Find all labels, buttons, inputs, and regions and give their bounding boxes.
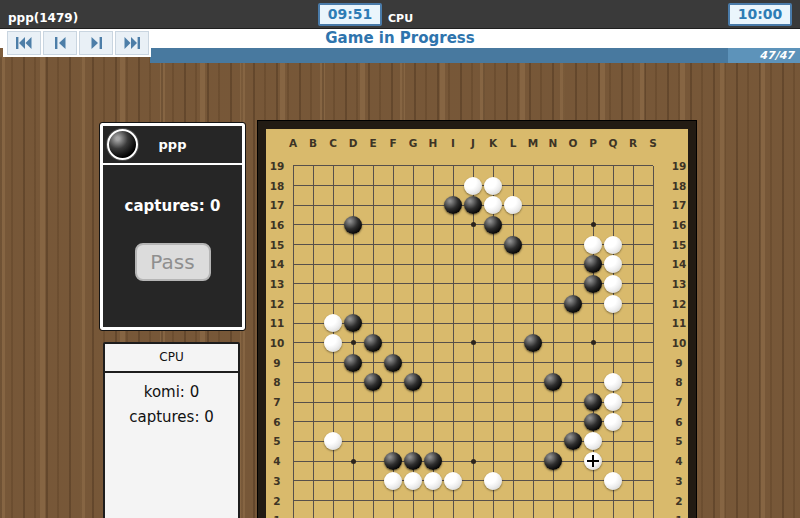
board-cell-I1[interactable] bbox=[443, 510, 463, 518]
board-cell-M15[interactable] bbox=[523, 235, 543, 255]
board-cell-M10[interactable] bbox=[523, 333, 543, 353]
board-cell-O16[interactable] bbox=[563, 215, 583, 235]
board-cell-L7[interactable] bbox=[503, 392, 523, 412]
board-cell-G3[interactable] bbox=[403, 471, 423, 491]
board-cell-N19[interactable] bbox=[543, 156, 563, 176]
board-cell-M3[interactable] bbox=[523, 471, 543, 491]
board-cell-K12[interactable] bbox=[483, 294, 503, 314]
board-cell-D10[interactable] bbox=[343, 333, 363, 353]
board-cell-F3[interactable] bbox=[383, 471, 403, 491]
board-cell-M18[interactable] bbox=[523, 176, 543, 196]
board-cell-Q15[interactable] bbox=[603, 235, 623, 255]
board-cell-S9[interactable] bbox=[643, 353, 663, 373]
board-cell-A8[interactable] bbox=[283, 373, 303, 393]
board-cell-M8[interactable] bbox=[523, 373, 543, 393]
board-cell-J13[interactable] bbox=[463, 274, 483, 294]
board-cell-C16[interactable] bbox=[323, 215, 343, 235]
board-cell-R9[interactable] bbox=[623, 353, 643, 373]
board-cell-H4[interactable] bbox=[423, 451, 443, 471]
step-back-button[interactable] bbox=[43, 31, 77, 55]
board-cell-B7[interactable] bbox=[303, 392, 323, 412]
board-cell-C18[interactable] bbox=[323, 176, 343, 196]
board-cell-R19[interactable] bbox=[623, 156, 643, 176]
board-cell-S6[interactable] bbox=[643, 412, 663, 432]
board-cell-D8[interactable] bbox=[343, 373, 363, 393]
board-cell-S15[interactable] bbox=[643, 235, 663, 255]
board-cell-E1[interactable] bbox=[363, 510, 383, 518]
board-cell-D12[interactable] bbox=[343, 294, 363, 314]
board-cell-C9[interactable] bbox=[323, 353, 343, 373]
board-cell-L5[interactable] bbox=[503, 432, 523, 452]
board-cell-D3[interactable] bbox=[343, 471, 363, 491]
board-cell-K11[interactable] bbox=[483, 313, 503, 333]
board-cell-Q11[interactable] bbox=[603, 313, 623, 333]
board-cell-C15[interactable] bbox=[323, 235, 343, 255]
board-cell-B3[interactable] bbox=[303, 471, 323, 491]
board-cell-G19[interactable] bbox=[403, 156, 423, 176]
board-cell-K5[interactable] bbox=[483, 432, 503, 452]
board-cell-O14[interactable] bbox=[563, 254, 583, 274]
board-cell-P16[interactable] bbox=[583, 215, 603, 235]
board-cell-P9[interactable] bbox=[583, 353, 603, 373]
board-cell-E18[interactable] bbox=[363, 176, 383, 196]
board-cell-H13[interactable] bbox=[423, 274, 443, 294]
board-cell-E16[interactable] bbox=[363, 215, 383, 235]
board-cell-L10[interactable] bbox=[503, 333, 523, 353]
board-cell-M17[interactable] bbox=[523, 195, 543, 215]
board-cell-R2[interactable] bbox=[623, 491, 643, 511]
board-cell-O19[interactable] bbox=[563, 156, 583, 176]
board-cell-A5[interactable] bbox=[283, 432, 303, 452]
board-cell-B15[interactable] bbox=[303, 235, 323, 255]
board-cell-A12[interactable] bbox=[283, 294, 303, 314]
board-cell-O18[interactable] bbox=[563, 176, 583, 196]
board-cell-A19[interactable] bbox=[283, 156, 303, 176]
board-cell-G2[interactable] bbox=[403, 491, 423, 511]
board-cell-D9[interactable] bbox=[343, 353, 363, 373]
board-cell-O9[interactable] bbox=[563, 353, 583, 373]
board-cell-A2[interactable] bbox=[283, 491, 303, 511]
board-cell-S13[interactable] bbox=[643, 274, 663, 294]
board-cell-S8[interactable] bbox=[643, 373, 663, 393]
board-cell-R11[interactable] bbox=[623, 313, 643, 333]
board-cell-J15[interactable] bbox=[463, 235, 483, 255]
board-cell-K17[interactable] bbox=[483, 195, 503, 215]
board-cell-R1[interactable] bbox=[623, 510, 643, 518]
board-cell-L2[interactable] bbox=[503, 491, 523, 511]
board-cell-F7[interactable] bbox=[383, 392, 403, 412]
board-cell-J17[interactable] bbox=[463, 195, 483, 215]
board-cell-K8[interactable] bbox=[483, 373, 503, 393]
board-cell-D17[interactable] bbox=[343, 195, 363, 215]
board-cell-I11[interactable] bbox=[443, 313, 463, 333]
board-cell-H3[interactable] bbox=[423, 471, 443, 491]
board-cell-P2[interactable] bbox=[583, 491, 603, 511]
board-cell-H17[interactable] bbox=[423, 195, 443, 215]
board-cell-A14[interactable] bbox=[283, 254, 303, 274]
board-cell-G18[interactable] bbox=[403, 176, 423, 196]
board-cell-I19[interactable] bbox=[443, 156, 463, 176]
board-cell-S17[interactable] bbox=[643, 195, 663, 215]
board-cell-C17[interactable] bbox=[323, 195, 343, 215]
board-cell-M1[interactable] bbox=[523, 510, 543, 518]
board-cell-F8[interactable] bbox=[383, 373, 403, 393]
board-cell-F4[interactable] bbox=[383, 451, 403, 471]
board-cell-G17[interactable] bbox=[403, 195, 423, 215]
board-cell-B16[interactable] bbox=[303, 215, 323, 235]
board-cell-E5[interactable] bbox=[363, 432, 383, 452]
board-cell-E9[interactable] bbox=[363, 353, 383, 373]
board-cell-P4[interactable] bbox=[583, 451, 603, 471]
board-cell-N1[interactable] bbox=[543, 510, 563, 518]
board-cell-I10[interactable] bbox=[443, 333, 463, 353]
board-cell-F15[interactable] bbox=[383, 235, 403, 255]
board-cell-B4[interactable] bbox=[303, 451, 323, 471]
board-cell-I8[interactable] bbox=[443, 373, 463, 393]
board-cell-N17[interactable] bbox=[543, 195, 563, 215]
board-cell-B1[interactable] bbox=[303, 510, 323, 518]
board-cell-S16[interactable] bbox=[643, 215, 663, 235]
board-cell-N14[interactable] bbox=[543, 254, 563, 274]
board-cell-A3[interactable] bbox=[283, 471, 303, 491]
board-cell-E17[interactable] bbox=[363, 195, 383, 215]
board-cell-H15[interactable] bbox=[423, 235, 443, 255]
board-cell-I6[interactable] bbox=[443, 412, 463, 432]
board-cell-P13[interactable] bbox=[583, 274, 603, 294]
board-cell-C13[interactable] bbox=[323, 274, 343, 294]
board-cell-B5[interactable] bbox=[303, 432, 323, 452]
board-cell-N12[interactable] bbox=[543, 294, 563, 314]
board-cell-I15[interactable] bbox=[443, 235, 463, 255]
board-cell-H19[interactable] bbox=[423, 156, 443, 176]
board-cell-F2[interactable] bbox=[383, 491, 403, 511]
board-cell-J6[interactable] bbox=[463, 412, 483, 432]
board-cell-F18[interactable] bbox=[383, 176, 403, 196]
board-cell-J2[interactable] bbox=[463, 491, 483, 511]
board-cell-K9[interactable] bbox=[483, 353, 503, 373]
board-cell-N6[interactable] bbox=[543, 412, 563, 432]
board-cell-S18[interactable] bbox=[643, 176, 663, 196]
board-cell-P11[interactable] bbox=[583, 313, 603, 333]
board-cell-Q4[interactable] bbox=[603, 451, 623, 471]
board-cell-H1[interactable] bbox=[423, 510, 443, 518]
board-cell-H12[interactable] bbox=[423, 294, 443, 314]
board-cell-R7[interactable] bbox=[623, 392, 643, 412]
board-cell-R8[interactable] bbox=[623, 373, 643, 393]
board-cell-M5[interactable] bbox=[523, 432, 543, 452]
board-cell-H8[interactable] bbox=[423, 373, 443, 393]
board-cell-P1[interactable] bbox=[583, 510, 603, 518]
board-cell-F13[interactable] bbox=[383, 274, 403, 294]
board-cell-L8[interactable] bbox=[503, 373, 523, 393]
board-cell-P3[interactable] bbox=[583, 471, 603, 491]
board-cell-S12[interactable] bbox=[643, 294, 663, 314]
board-cell-H2[interactable] bbox=[423, 491, 443, 511]
board-cell-B14[interactable] bbox=[303, 254, 323, 274]
board-cell-F1[interactable] bbox=[383, 510, 403, 518]
board-cell-J16[interactable] bbox=[463, 215, 483, 235]
board-cell-C3[interactable] bbox=[323, 471, 343, 491]
board-cell-C8[interactable] bbox=[323, 373, 343, 393]
board-cell-D14[interactable] bbox=[343, 254, 363, 274]
board-cell-O6[interactable] bbox=[563, 412, 583, 432]
go-to-end-button[interactable] bbox=[115, 31, 149, 55]
board-cell-I4[interactable] bbox=[443, 451, 463, 471]
board-cell-D18[interactable] bbox=[343, 176, 363, 196]
board-cell-N4[interactable] bbox=[543, 451, 563, 471]
board-cell-A17[interactable] bbox=[283, 195, 303, 215]
board-cell-S7[interactable] bbox=[643, 392, 663, 412]
board-cell-Q14[interactable] bbox=[603, 254, 623, 274]
board-cell-E15[interactable] bbox=[363, 235, 383, 255]
board-cell-D2[interactable] bbox=[343, 491, 363, 511]
board-cell-F6[interactable] bbox=[383, 412, 403, 432]
board-cell-I3[interactable] bbox=[443, 471, 463, 491]
board-cell-M7[interactable] bbox=[523, 392, 543, 412]
board-cell-M12[interactable] bbox=[523, 294, 543, 314]
board-cell-O2[interactable] bbox=[563, 491, 583, 511]
board-cell-N8[interactable] bbox=[543, 373, 563, 393]
board-cell-R12[interactable] bbox=[623, 294, 643, 314]
board-cell-D4[interactable] bbox=[343, 451, 363, 471]
board-cell-F16[interactable] bbox=[383, 215, 403, 235]
board-cell-G9[interactable] bbox=[403, 353, 423, 373]
board-cell-K19[interactable] bbox=[483, 156, 503, 176]
board-cell-H18[interactable] bbox=[423, 176, 443, 196]
board-cell-C2[interactable] bbox=[323, 491, 343, 511]
board-cell-I17[interactable] bbox=[443, 195, 463, 215]
board-cell-F11[interactable] bbox=[383, 313, 403, 333]
board-cell-L3[interactable] bbox=[503, 471, 523, 491]
board-cell-O15[interactable] bbox=[563, 235, 583, 255]
board-cell-N7[interactable] bbox=[543, 392, 563, 412]
board-cell-B12[interactable] bbox=[303, 294, 323, 314]
board-cell-R4[interactable] bbox=[623, 451, 643, 471]
board-cell-Q12[interactable] bbox=[603, 294, 623, 314]
board-cell-Q5[interactable] bbox=[603, 432, 623, 452]
board-cell-J14[interactable] bbox=[463, 254, 483, 274]
board-cell-D11[interactable] bbox=[343, 313, 363, 333]
board-cell-Q13[interactable] bbox=[603, 274, 623, 294]
go-to-start-button[interactable] bbox=[7, 31, 41, 55]
board-cell-I9[interactable] bbox=[443, 353, 463, 373]
board-cell-E13[interactable] bbox=[363, 274, 383, 294]
board-cell-K7[interactable] bbox=[483, 392, 503, 412]
board-cell-N13[interactable] bbox=[543, 274, 563, 294]
board-cell-D5[interactable] bbox=[343, 432, 363, 452]
board-cell-K3[interactable] bbox=[483, 471, 503, 491]
board-cell-C11[interactable] bbox=[323, 313, 343, 333]
board-cell-L15[interactable] bbox=[503, 235, 523, 255]
board-cell-G1[interactable] bbox=[403, 510, 423, 518]
board-cell-M4[interactable] bbox=[523, 451, 543, 471]
board-cell-L17[interactable] bbox=[503, 195, 523, 215]
board-cell-K18[interactable] bbox=[483, 176, 503, 196]
board-cell-O1[interactable] bbox=[563, 510, 583, 518]
board-cell-P14[interactable] bbox=[583, 254, 603, 274]
board-cell-H14[interactable] bbox=[423, 254, 443, 274]
board-cell-G11[interactable] bbox=[403, 313, 423, 333]
board-cell-E12[interactable] bbox=[363, 294, 383, 314]
board-cell-C14[interactable] bbox=[323, 254, 343, 274]
board-cell-H6[interactable] bbox=[423, 412, 443, 432]
board-cell-K10[interactable] bbox=[483, 333, 503, 353]
board-cell-A11[interactable] bbox=[283, 313, 303, 333]
board-cell-P6[interactable] bbox=[583, 412, 603, 432]
board-cell-B9[interactable] bbox=[303, 353, 323, 373]
board-cell-K6[interactable] bbox=[483, 412, 503, 432]
board-cell-J1[interactable] bbox=[463, 510, 483, 518]
board-cell-H9[interactable] bbox=[423, 353, 443, 373]
board-cell-C10[interactable] bbox=[323, 333, 343, 353]
board-cell-R10[interactable] bbox=[623, 333, 643, 353]
board-cell-S2[interactable] bbox=[643, 491, 663, 511]
board-cell-A16[interactable] bbox=[283, 215, 303, 235]
board-cell-A10[interactable] bbox=[283, 333, 303, 353]
board-cell-S3[interactable] bbox=[643, 471, 663, 491]
board-cell-M2[interactable] bbox=[523, 491, 543, 511]
board-cell-E4[interactable] bbox=[363, 451, 383, 471]
board-cell-P8[interactable] bbox=[583, 373, 603, 393]
board-cell-Q17[interactable] bbox=[603, 195, 623, 215]
board-cell-S4[interactable] bbox=[643, 451, 663, 471]
board-cell-N9[interactable] bbox=[543, 353, 563, 373]
board-cell-L1[interactable] bbox=[503, 510, 523, 518]
board-cell-I2[interactable] bbox=[443, 491, 463, 511]
board-cell-L11[interactable] bbox=[503, 313, 523, 333]
board-cell-Q1[interactable] bbox=[603, 510, 623, 518]
board-cell-B13[interactable] bbox=[303, 274, 323, 294]
board-cell-E3[interactable] bbox=[363, 471, 383, 491]
board-cell-M11[interactable] bbox=[523, 313, 543, 333]
board-cell-B8[interactable] bbox=[303, 373, 323, 393]
board-cell-F17[interactable] bbox=[383, 195, 403, 215]
board-cell-I14[interactable] bbox=[443, 254, 463, 274]
board-cell-O11[interactable] bbox=[563, 313, 583, 333]
board-cell-L14[interactable] bbox=[503, 254, 523, 274]
board-cell-A9[interactable] bbox=[283, 353, 303, 373]
board-cell-S10[interactable] bbox=[643, 333, 663, 353]
board-cell-D7[interactable] bbox=[343, 392, 363, 412]
board-cell-N10[interactable] bbox=[543, 333, 563, 353]
board-cell-D13[interactable] bbox=[343, 274, 363, 294]
board-cell-E19[interactable] bbox=[363, 156, 383, 176]
board-cell-S5[interactable] bbox=[643, 432, 663, 452]
board-cell-D15[interactable] bbox=[343, 235, 363, 255]
board-cell-J5[interactable] bbox=[463, 432, 483, 452]
board-cell-J11[interactable] bbox=[463, 313, 483, 333]
board-cell-R16[interactable] bbox=[623, 215, 643, 235]
board-cell-Q9[interactable] bbox=[603, 353, 623, 373]
pass-button[interactable]: Pass bbox=[135, 243, 211, 281]
board-cell-F12[interactable] bbox=[383, 294, 403, 314]
board-cell-N2[interactable] bbox=[543, 491, 563, 511]
board-cell-A13[interactable] bbox=[283, 274, 303, 294]
board-cell-S11[interactable] bbox=[643, 313, 663, 333]
board-cell-A15[interactable] bbox=[283, 235, 303, 255]
board-cell-Q3[interactable] bbox=[603, 471, 623, 491]
board-cell-J12[interactable] bbox=[463, 294, 483, 314]
board-cell-G16[interactable] bbox=[403, 215, 423, 235]
board-cell-G13[interactable] bbox=[403, 274, 423, 294]
board-cell-J10[interactable] bbox=[463, 333, 483, 353]
board-cell-K15[interactable] bbox=[483, 235, 503, 255]
board-cell-H7[interactable] bbox=[423, 392, 443, 412]
board-cell-I7[interactable] bbox=[443, 392, 463, 412]
board-cell-A7[interactable] bbox=[283, 392, 303, 412]
board-cell-J18[interactable] bbox=[463, 176, 483, 196]
board-cell-L13[interactable] bbox=[503, 274, 523, 294]
board-cell-B11[interactable] bbox=[303, 313, 323, 333]
board-cell-R18[interactable] bbox=[623, 176, 643, 196]
board-cell-B6[interactable] bbox=[303, 412, 323, 432]
board-cell-Q8[interactable] bbox=[603, 373, 623, 393]
board-cell-L9[interactable] bbox=[503, 353, 523, 373]
board-cell-Q18[interactable] bbox=[603, 176, 623, 196]
board-cell-O17[interactable] bbox=[563, 195, 583, 215]
board-cell-K14[interactable] bbox=[483, 254, 503, 274]
board-cell-B18[interactable] bbox=[303, 176, 323, 196]
board-cell-R6[interactable] bbox=[623, 412, 643, 432]
board-cell-R15[interactable] bbox=[623, 235, 643, 255]
board-cell-Q7[interactable] bbox=[603, 392, 623, 412]
board-cell-E10[interactable] bbox=[363, 333, 383, 353]
board-cell-M6[interactable] bbox=[523, 412, 543, 432]
board-cell-D6[interactable] bbox=[343, 412, 363, 432]
board-cell-G7[interactable] bbox=[403, 392, 423, 412]
board-cell-G12[interactable] bbox=[403, 294, 423, 314]
board-cell-G6[interactable] bbox=[403, 412, 423, 432]
board-cell-J4[interactable] bbox=[463, 451, 483, 471]
board-cell-G14[interactable] bbox=[403, 254, 423, 274]
board-cell-Q19[interactable] bbox=[603, 156, 623, 176]
board-cell-H11[interactable] bbox=[423, 313, 443, 333]
board-cell-A6[interactable] bbox=[283, 412, 303, 432]
board-cell-E2[interactable] bbox=[363, 491, 383, 511]
move-progress-bar[interactable]: 47/47 bbox=[150, 48, 800, 63]
board-cell-M19[interactable] bbox=[523, 156, 543, 176]
board-cell-P10[interactable] bbox=[583, 333, 603, 353]
board-cell-K2[interactable] bbox=[483, 491, 503, 511]
board-cell-H5[interactable] bbox=[423, 432, 443, 452]
board-cell-I5[interactable] bbox=[443, 432, 463, 452]
board-cell-O13[interactable] bbox=[563, 274, 583, 294]
board-cell-L16[interactable] bbox=[503, 215, 523, 235]
board-cell-E6[interactable] bbox=[363, 412, 383, 432]
board-cell-D19[interactable] bbox=[343, 156, 363, 176]
board-cell-D16[interactable] bbox=[343, 215, 363, 235]
board-cell-G15[interactable] bbox=[403, 235, 423, 255]
board-cell-F9[interactable] bbox=[383, 353, 403, 373]
board-cell-Q10[interactable] bbox=[603, 333, 623, 353]
board-cell-L18[interactable] bbox=[503, 176, 523, 196]
board-cell-I13[interactable] bbox=[443, 274, 463, 294]
board-cell-P18[interactable] bbox=[583, 176, 603, 196]
board-cell-R13[interactable] bbox=[623, 274, 643, 294]
board-cell-P12[interactable] bbox=[583, 294, 603, 314]
board-cell-I12[interactable] bbox=[443, 294, 463, 314]
board-cell-J8[interactable] bbox=[463, 373, 483, 393]
board-cell-J3[interactable] bbox=[463, 471, 483, 491]
board-cell-N5[interactable] bbox=[543, 432, 563, 452]
board-cell-P7[interactable] bbox=[583, 392, 603, 412]
board-cell-N3[interactable] bbox=[543, 471, 563, 491]
board-cell-R14[interactable] bbox=[623, 254, 643, 274]
board-cell-L19[interactable] bbox=[503, 156, 523, 176]
board-cell-R5[interactable] bbox=[623, 432, 643, 452]
board-cell-O8[interactable] bbox=[563, 373, 583, 393]
board-cell-C7[interactable] bbox=[323, 392, 343, 412]
